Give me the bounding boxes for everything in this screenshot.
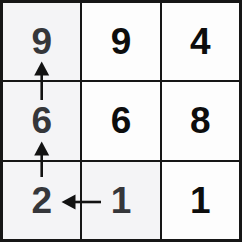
cell-r2c1[interactable]: 1	[82, 162, 159, 239]
cell-r1c0[interactable]: 6	[3, 82, 80, 159]
puzzle-board-wrap: 9 9 4 6 6 8 2 1 1	[0, 0, 242, 242]
cell-r0c1[interactable]: 9	[82, 3, 159, 80]
cell-r2c2[interactable]: 1	[162, 162, 239, 239]
cell-r2c0[interactable]: 2	[3, 162, 80, 239]
cell-r1c1[interactable]: 6	[82, 82, 159, 159]
cell-r0c0[interactable]: 9	[3, 3, 80, 80]
puzzle-grid: 9 9 4 6 6 8 2 1 1	[0, 0, 242, 242]
cell-r1c2[interactable]: 8	[162, 82, 239, 159]
cell-r0c2[interactable]: 4	[162, 3, 239, 80]
